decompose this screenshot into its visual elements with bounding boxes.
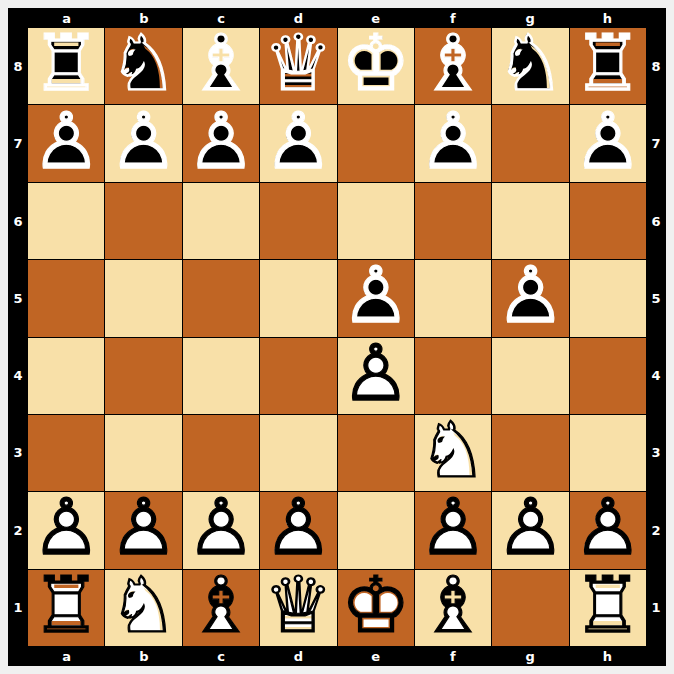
- piece-glyph-outline: ♙︎: [263, 488, 333, 566]
- rank-label-4: 4: [646, 337, 666, 414]
- square-d1[interactable]: ♛︎♕︎: [260, 570, 336, 646]
- square-b2[interactable]: ♟︎♙︎: [105, 492, 181, 568]
- piece-glyph-outline: ♙︎: [186, 101, 256, 179]
- square-d6[interactable]: [260, 183, 336, 259]
- piece-glyph-outline: ♙︎: [109, 101, 179, 179]
- square-g1[interactable]: [492, 570, 568, 646]
- square-c7[interactable]: ♟︎♙︎: [183, 105, 259, 181]
- piece-glyph-outline: ♙︎: [495, 256, 565, 334]
- piece-white-bishop-f1[interactable]: ♝︎♗︎: [420, 575, 486, 641]
- piece-black-rook-h8[interactable]: ♜︎♖︎: [575, 33, 641, 99]
- square-a2[interactable]: ♟︎♙︎: [28, 492, 104, 568]
- square-a6[interactable]: [28, 183, 104, 259]
- square-e4[interactable]: ♟︎♙︎: [338, 338, 414, 414]
- piece-white-pawn-f2[interactable]: ♟︎♙︎: [420, 497, 486, 563]
- square-f2[interactable]: ♟︎♙︎: [415, 492, 491, 568]
- piece-white-knight-f3[interactable]: ♞︎♘︎: [420, 420, 486, 486]
- piece-white-pawn-e4[interactable]: ♟︎♙︎: [343, 343, 409, 409]
- square-e6[interactable]: [338, 183, 414, 259]
- chess-app-page: abcdefgh abcdefgh 87654321 87654321 ♜︎♖︎…: [0, 0, 674, 674]
- square-h8[interactable]: ♜︎♖︎: [570, 28, 646, 104]
- square-e2[interactable]: [338, 492, 414, 568]
- rank-label-7: 7: [8, 105, 28, 182]
- square-a7[interactable]: ♟︎♙︎: [28, 105, 104, 181]
- piece-black-rook-a8[interactable]: ♜︎♖︎: [33, 33, 99, 99]
- square-c2[interactable]: ♟︎♙︎: [183, 492, 259, 568]
- square-h5[interactable]: [570, 260, 646, 336]
- piece-glyph-outline: ♙︎: [418, 488, 488, 566]
- square-h3[interactable]: [570, 415, 646, 491]
- piece-glyph-outline: ♙︎: [418, 101, 488, 179]
- piece-glyph-outline: ♙︎: [573, 101, 643, 179]
- piece-glyph-outline: ♗︎: [186, 24, 256, 102]
- piece-black-pawn-c7[interactable]: ♟︎♙︎: [188, 111, 254, 177]
- piece-white-queen-d1[interactable]: ♛︎♕︎: [265, 575, 331, 641]
- rank-label-8: 8: [8, 28, 28, 105]
- rank-label-7: 7: [646, 105, 666, 182]
- piece-glyph-outline: ♖︎: [31, 566, 101, 644]
- piece-glyph-outline: ♙︎: [186, 488, 256, 566]
- rank-label-3: 3: [646, 414, 666, 491]
- square-d7[interactable]: ♟︎♙︎: [260, 105, 336, 181]
- piece-black-pawn-b7[interactable]: ♟︎♙︎: [111, 111, 177, 177]
- rank-label-1: 1: [646, 569, 666, 646]
- piece-glyph-outline: ♕︎: [263, 566, 333, 644]
- square-g2[interactable]: ♟︎♙︎: [492, 492, 568, 568]
- rank-label-2: 2: [646, 492, 666, 569]
- piece-glyph-outline: ♙︎: [31, 488, 101, 566]
- piece-glyph-outline: ♗︎: [418, 566, 488, 644]
- piece-white-pawn-g2[interactable]: ♟︎♙︎: [497, 497, 563, 563]
- board-frame: abcdefgh abcdefgh 87654321 87654321 ♜︎♖︎…: [8, 8, 666, 666]
- piece-glyph-outline: ♙︎: [573, 488, 643, 566]
- rank-label-8: 8: [646, 28, 666, 105]
- square-g6[interactable]: [492, 183, 568, 259]
- square-g8[interactable]: ♞︎♘︎: [492, 28, 568, 104]
- square-e7[interactable]: [338, 105, 414, 181]
- piece-glyph-outline: ♔︎: [341, 566, 411, 644]
- square-h4[interactable]: [570, 338, 646, 414]
- piece-black-pawn-a7[interactable]: ♟︎♙︎: [33, 111, 99, 177]
- square-g4[interactable]: [492, 338, 568, 414]
- square-d8[interactable]: ♛︎♕︎: [260, 28, 336, 104]
- piece-white-pawn-c2[interactable]: ♟︎♙︎: [188, 497, 254, 563]
- rank-labels-left: 87654321: [8, 28, 28, 646]
- piece-white-rook-h1[interactable]: ♜︎♖︎: [575, 575, 641, 641]
- piece-white-knight-b1[interactable]: ♞︎♘︎: [111, 575, 177, 641]
- square-g5[interactable]: ♟︎♙︎: [492, 260, 568, 336]
- square-b1[interactable]: ♞︎♘︎: [105, 570, 181, 646]
- rank-label-6: 6: [646, 183, 666, 260]
- rank-label-6: 6: [8, 183, 28, 260]
- square-b8[interactable]: ♞︎♘︎: [105, 28, 181, 104]
- square-c6[interactable]: [183, 183, 259, 259]
- piece-glyph-outline: ♙︎: [341, 334, 411, 412]
- piece-glyph-outline: ♔︎: [341, 24, 411, 102]
- piece-black-bishop-c8[interactable]: ♝︎♗︎: [188, 33, 254, 99]
- piece-glyph-outline: ♖︎: [31, 24, 101, 102]
- piece-black-pawn-f7[interactable]: ♟︎♙︎: [420, 111, 486, 177]
- piece-black-bishop-f8[interactable]: ♝︎♗︎: [420, 33, 486, 99]
- square-c3[interactable]: [183, 415, 259, 491]
- square-c5[interactable]: [183, 260, 259, 336]
- piece-black-pawn-g5[interactable]: ♟︎♙︎: [497, 265, 563, 331]
- square-c1[interactable]: ♝︎♗︎: [183, 570, 259, 646]
- square-h7[interactable]: ♟︎♙︎: [570, 105, 646, 181]
- square-a1[interactable]: ♜︎♖︎: [28, 570, 104, 646]
- piece-glyph-outline: ♙︎: [31, 101, 101, 179]
- rank-label-1: 1: [8, 569, 28, 646]
- rank-label-5: 5: [646, 260, 666, 337]
- square-g3[interactable]: [492, 415, 568, 491]
- square-f1[interactable]: ♝︎♗︎: [415, 570, 491, 646]
- piece-glyph-outline: ♙︎: [341, 256, 411, 334]
- square-e8[interactable]: ♚︎♔︎: [338, 28, 414, 104]
- rank-label-3: 3: [8, 414, 28, 491]
- rank-label-5: 5: [8, 260, 28, 337]
- square-h1[interactable]: ♜︎♖︎: [570, 570, 646, 646]
- square-a4[interactable]: [28, 338, 104, 414]
- square-e5[interactable]: ♟︎♙︎: [338, 260, 414, 336]
- rank-label-2: 2: [8, 492, 28, 569]
- piece-black-queen-d8[interactable]: ♛︎♕︎: [265, 33, 331, 99]
- square-b5[interactable]: [105, 260, 181, 336]
- piece-glyph-outline: ♙︎: [495, 488, 565, 566]
- piece-black-pawn-d7[interactable]: ♟︎♙︎: [265, 111, 331, 177]
- square-f8[interactable]: ♝︎♗︎: [415, 28, 491, 104]
- square-c4[interactable]: [183, 338, 259, 414]
- square-f4[interactable]: [415, 338, 491, 414]
- square-b4[interactable]: [105, 338, 181, 414]
- piece-white-pawn-a2[interactable]: ♟︎♙︎: [33, 497, 99, 563]
- file-label-g: g: [492, 646, 569, 666]
- piece-glyph-outline: ♗︎: [186, 566, 256, 644]
- square-f3[interactable]: ♞︎♘︎: [415, 415, 491, 491]
- square-d2[interactable]: ♟︎♙︎: [260, 492, 336, 568]
- square-a8[interactable]: ♜︎♖︎: [28, 28, 104, 104]
- piece-white-rook-a1[interactable]: ♜︎♖︎: [33, 575, 99, 641]
- chess-board: ♜︎♖︎♞︎♘︎♝︎♗︎♛︎♕︎♚︎♔︎♝︎♗︎♞︎♘︎♜︎♖︎♟︎♙︎♟︎♙︎…: [28, 28, 646, 646]
- piece-black-pawn-e5[interactable]: ♟︎♙︎: [343, 265, 409, 331]
- square-a3[interactable]: [28, 415, 104, 491]
- square-h6[interactable]: [570, 183, 646, 259]
- piece-glyph-outline: ♖︎: [573, 24, 643, 102]
- piece-white-pawn-d2[interactable]: ♟︎♙︎: [265, 497, 331, 563]
- piece-glyph-outline: ♘︎: [418, 411, 488, 489]
- piece-white-king-e1[interactable]: ♚︎♔︎: [343, 575, 409, 641]
- piece-white-bishop-c1[interactable]: ♝︎♗︎: [188, 575, 254, 641]
- rank-label-4: 4: [8, 337, 28, 414]
- square-d5[interactable]: [260, 260, 336, 336]
- piece-glyph-outline: ♘︎: [109, 566, 179, 644]
- square-d4[interactable]: [260, 338, 336, 414]
- piece-black-pawn-h7[interactable]: ♟︎♙︎: [575, 111, 641, 177]
- piece-glyph-outline: ♘︎: [495, 24, 565, 102]
- square-f6[interactable]: [415, 183, 491, 259]
- piece-black-knight-b8[interactable]: ♞︎♘︎: [111, 33, 177, 99]
- rank-labels-right: 87654321: [646, 28, 666, 646]
- piece-white-pawn-h2[interactable]: ♟︎♙︎: [575, 497, 641, 563]
- piece-glyph-outline: ♘︎: [109, 24, 179, 102]
- square-a5[interactable]: [28, 260, 104, 336]
- piece-glyph-outline: ♙︎: [109, 488, 179, 566]
- square-f5[interactable]: [415, 260, 491, 336]
- square-h2[interactable]: ♟︎♙︎: [570, 492, 646, 568]
- square-e1[interactable]: ♚︎♔︎: [338, 570, 414, 646]
- square-b6[interactable]: [105, 183, 181, 259]
- square-c8[interactable]: ♝︎♗︎: [183, 28, 259, 104]
- square-f7[interactable]: ♟︎♙︎: [415, 105, 491, 181]
- piece-black-king-e8[interactable]: ♚︎♔︎: [343, 33, 409, 99]
- piece-glyph-outline: ♙︎: [263, 101, 333, 179]
- piece-glyph-outline: ♖︎: [573, 566, 643, 644]
- square-e3[interactable]: [338, 415, 414, 491]
- square-b7[interactable]: ♟︎♙︎: [105, 105, 181, 181]
- square-d3[interactable]: [260, 415, 336, 491]
- piece-glyph-outline: ♗︎: [418, 24, 488, 102]
- square-g7[interactable]: [492, 105, 568, 181]
- square-b3[interactable]: [105, 415, 181, 491]
- piece-white-pawn-b2[interactable]: ♟︎♙︎: [111, 497, 177, 563]
- piece-glyph-outline: ♕︎: [263, 24, 333, 102]
- piece-black-knight-g8[interactable]: ♞︎♘︎: [497, 33, 563, 99]
